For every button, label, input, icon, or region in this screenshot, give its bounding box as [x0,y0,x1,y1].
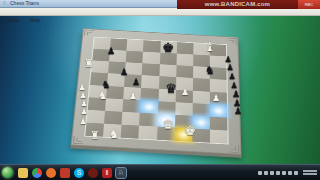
square-d6[interactable] [142,63,159,76]
desktop: ♘ Chess Titans Game Help www.BANDICAM.co… [0,0,320,180]
frame-corner-decoration [73,136,84,144]
square-b5[interactable] [107,73,125,86]
square-g6[interactable] [193,66,210,79]
menu-help[interactable]: Help [30,17,40,24]
frame-corner-decoration [229,145,240,153]
taskbar-clock[interactable] [303,170,317,175]
square-h8[interactable] [210,44,227,56]
square-h5[interactable] [210,79,227,92]
tray-icon[interactable] [288,171,292,175]
red-app-icon[interactable]: ‖ [102,168,112,178]
taskbar[interactable]: S‖♘ [0,164,320,180]
frame-corner-decoration [84,30,94,37]
square-f6[interactable] [176,65,193,78]
square-e6[interactable] [159,64,176,77]
square-e5[interactable] [159,76,176,89]
square-b7[interactable] [109,50,127,63]
square-f2[interactable] [175,115,193,129]
square-e8[interactable] [160,41,177,53]
window-title: Chess Titans [10,0,39,7]
tray-icon[interactable] [276,171,280,175]
square-a6[interactable] [91,61,109,74]
square-c5[interactable] [124,74,142,87]
system-tray[interactable] [258,170,320,175]
square-a4[interactable] [89,85,107,98]
square-g5[interactable] [193,78,210,91]
square-d7[interactable] [143,52,160,65]
square-h2[interactable] [210,117,228,131]
square-c4[interactable] [123,87,141,100]
square-b4[interactable] [106,86,124,99]
square-c6[interactable] [125,62,143,75]
square-a2[interactable] [86,110,105,124]
square-d4[interactable] [141,88,159,101]
tray-icon[interactable] [282,171,286,175]
square-c2[interactable] [122,112,140,126]
square-f4[interactable] [175,89,192,102]
square-f8[interactable] [176,42,193,54]
chess-titans-icon[interactable]: ♘ [116,168,126,178]
square-d5[interactable] [141,75,159,88]
square-h4[interactable] [210,91,227,104]
square-b8[interactable] [110,38,127,50]
square-h3[interactable] [210,104,227,118]
frame-corner-decoration [227,38,237,45]
square-a5[interactable] [90,72,108,85]
square-c8[interactable] [127,39,144,51]
square-b6[interactable] [108,62,126,75]
square-g2[interactable] [192,116,210,130]
square-d8[interactable] [143,40,160,52]
square-a3[interactable] [88,97,106,111]
app-icon: ♘ [2,0,7,7]
tray-icon[interactable] [258,171,262,175]
square-a8[interactable] [93,37,111,49]
square-a7[interactable] [92,49,110,62]
square-d3[interactable] [140,100,158,114]
square-f5[interactable] [176,77,193,90]
square-b3[interactable] [105,98,123,112]
square-e7[interactable] [159,53,176,66]
chrome-icon[interactable] [32,168,42,178]
square-h6[interactable] [210,67,227,80]
tray-icon[interactable] [294,171,298,175]
bandicam-watermark: www.BANDICAM.com REC [177,0,320,9]
start-button[interactable] [2,167,13,178]
square-g4[interactable] [193,90,210,103]
square-f3[interactable] [175,102,193,116]
square-e3[interactable] [158,101,176,115]
square-c3[interactable] [123,99,141,113]
square-d1[interactable] [139,126,157,140]
square-b1[interactable] [103,124,122,138]
menu-game[interactable]: Game [6,17,20,24]
menu-bar: Game Help [0,8,320,16]
square-c7[interactable] [126,51,143,64]
media-app-icon[interactable] [88,168,98,178]
square-e4[interactable] [158,89,176,102]
square-g1[interactable] [192,128,210,142]
bandicam-icon[interactable] [60,168,70,178]
skype-icon[interactable]: S [74,168,84,178]
watermark-rec-badge: REC [298,0,320,9]
square-c1[interactable] [121,125,140,139]
square-h1[interactable] [210,129,228,143]
square-d2[interactable] [139,113,157,127]
firefox-icon[interactable] [46,168,56,178]
square-e2[interactable] [157,114,175,128]
tray-icon[interactable] [270,171,274,175]
square-a1[interactable] [85,123,104,137]
square-g7[interactable] [193,55,210,68]
folder-icon[interactable] [18,168,28,178]
chess-board[interactable] [71,28,242,155]
square-g8[interactable] [193,43,210,55]
square-f7[interactable] [176,54,193,67]
square-e1[interactable] [157,127,175,141]
watermark-text: www.BANDICAM.com [177,0,298,9]
board-grid [84,37,229,145]
square-h7[interactable] [210,56,227,69]
square-b2[interactable] [104,111,123,125]
square-f1[interactable] [174,128,192,142]
square-g3[interactable] [192,103,209,117]
tray-icon[interactable] [264,171,268,175]
